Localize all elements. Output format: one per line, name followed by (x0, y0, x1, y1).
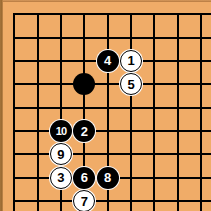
grid-line-horizontal-5 (13, 130, 211, 132)
grid-line-horizontal-8 (13, 200, 211, 202)
grid-line-vertical-6 (153, 13, 155, 211)
stone-black-10-C14: 10 (50, 120, 72, 142)
move-number-label: 10 (56, 126, 66, 137)
grid-line-horizontal-3 (13, 83, 211, 85)
grid-line-horizontal-0 (13, 13, 211, 15)
stone-white-7-D11: 7 (73, 190, 95, 211)
grid-line-horizontal-1 (13, 37, 211, 39)
move-number-label: 9 (57, 148, 64, 161)
grid-line-vertical-8 (200, 13, 202, 211)
board-frame-top-edge (0, 0, 211, 2)
stone-white-5-F16: 5 (120, 73, 142, 95)
grid-line-horizontal-6 (13, 153, 211, 155)
stone-white-1-F17: 1 (120, 50, 142, 72)
grid-line-vertical-5 (130, 13, 132, 211)
stone-white-3-C12: 3 (50, 167, 72, 189)
move-number-label: 3 (57, 171, 64, 184)
move-number-label: 2 (81, 125, 88, 138)
stone-black-8-E12: 8 (97, 167, 119, 189)
grid-line-vertical-7 (177, 13, 179, 211)
go-board-diagram: 41510293687 (0, 0, 211, 211)
grid-line-vertical-0 (13, 13, 15, 211)
move-number-label: 4 (104, 54, 111, 67)
stone-black-plain-D16 (73, 73, 95, 95)
grid-line-vertical-1 (37, 13, 39, 211)
board-frame-left-edge (0, 0, 3, 211)
stone-black-4-E17: 4 (97, 50, 119, 72)
stone-black-2-D14: 2 (73, 120, 95, 142)
grid-line-horizontal-4 (13, 107, 211, 109)
move-number-label: 1 (127, 54, 134, 67)
move-number-label: 5 (127, 78, 134, 91)
move-number-label: 6 (81, 171, 88, 184)
stone-black-6-D12: 6 (73, 167, 95, 189)
move-number-label: 7 (81, 195, 88, 208)
stone-white-9-C13: 9 (50, 143, 72, 165)
move-number-label: 8 (104, 171, 111, 184)
